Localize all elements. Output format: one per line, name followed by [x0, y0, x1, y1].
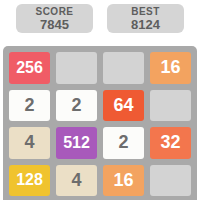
empty-cell [56, 52, 97, 84]
tile-128: 128 [9, 165, 50, 197]
score-header: SCORE 7845 BEST 8124 [0, 0, 200, 33]
board-2048[interactable]: 2561622644512232128416 [3, 46, 197, 200]
tile-2: 2 [56, 90, 97, 122]
tile-64: 64 [103, 90, 144, 122]
score-value: 7845 [40, 17, 69, 32]
tile-512: 512 [56, 127, 97, 159]
app-2048: SCORE 7845 BEST 8124 2561622644512232128… [0, 0, 200, 200]
tile-2: 2 [103, 127, 144, 159]
best-label: BEST [131, 6, 160, 17]
tile-256: 256 [9, 52, 50, 84]
score-label: SCORE [35, 6, 73, 17]
score-box: SCORE 7845 [16, 4, 93, 33]
tile-16: 16 [150, 52, 191, 84]
tile-2: 2 [9, 90, 50, 122]
tile-32: 32 [150, 127, 191, 159]
best-box: BEST 8124 [107, 4, 184, 33]
empty-cell [150, 165, 191, 197]
empty-cell [150, 90, 191, 122]
best-value: 8124 [131, 17, 160, 32]
tile-16: 16 [103, 165, 144, 197]
tile-4: 4 [9, 127, 50, 159]
empty-cell [103, 52, 144, 84]
tile-4: 4 [56, 165, 97, 197]
